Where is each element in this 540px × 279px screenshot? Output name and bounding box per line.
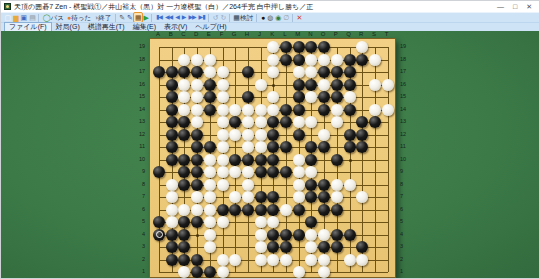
- open-folder-button[interactable]: ▆: [12, 13, 18, 22]
- stone-black: [305, 154, 317, 166]
- stone-white: [229, 254, 241, 266]
- print-icon: ▤: [29, 13, 35, 22]
- stone-white: [356, 41, 368, 53]
- stone-white: [191, 191, 203, 203]
- stone-white: [242, 141, 254, 153]
- end-game-icon: ◑: [94, 13, 97, 22]
- stone-black: [178, 66, 190, 78]
- coord-right-number: 3: [400, 243, 414, 249]
- stone-black: [178, 154, 190, 166]
- undo-button[interactable]: ●待った: [66, 13, 92, 22]
- nav-forward-icon: ▶: [182, 13, 186, 22]
- stone-white: [217, 179, 229, 191]
- stone-white: [242, 129, 254, 141]
- coord-left-number: 5: [131, 218, 145, 224]
- coord-left-number: 13: [131, 118, 145, 124]
- nav-back10-button[interactable]: ◀◀: [164, 13, 173, 22]
- application-window: 天頂の囲碁7 Zen - 棋聖戦①／井山裕太（黒）対 一力遼棋聖（白）／264手…: [0, 0, 540, 279]
- play-button[interactable]: ▶: [143, 13, 149, 22]
- undo-icon: ●: [67, 13, 70, 22]
- stone-black: [331, 79, 343, 91]
- coord-top-letter: N: [305, 31, 315, 37]
- nav-forward10-button[interactable]: ▶▶: [187, 13, 196, 22]
- stone-white: [267, 254, 279, 266]
- stone-white: [305, 54, 317, 66]
- stone-black: [344, 141, 356, 153]
- stone-white: [204, 179, 216, 191]
- stone-black: [191, 66, 203, 78]
- star-point: [196, 234, 199, 237]
- stone-white: [204, 66, 216, 78]
- coord-left-number: 11: [131, 143, 145, 149]
- stone-black: [204, 79, 216, 91]
- stone-white: [204, 204, 216, 216]
- stone-black: [280, 41, 292, 53]
- stone-black: [318, 104, 330, 116]
- stone-black: [166, 154, 178, 166]
- stone-black: [242, 66, 254, 78]
- coord-left-number: 6: [131, 206, 145, 212]
- stone-white: [356, 254, 368, 266]
- stone-white: [293, 191, 305, 203]
- stone-white: [178, 104, 190, 116]
- stone-white: [242, 104, 254, 116]
- territory-icon: ◉: [275, 13, 280, 22]
- stone-white: [191, 204, 203, 216]
- delete-button[interactable]: ✕: [295, 13, 302, 22]
- stone-white: [318, 266, 330, 278]
- stone-black: [293, 54, 305, 66]
- stone-black: [191, 266, 203, 278]
- coord-right-number: 11: [400, 143, 414, 149]
- stone-white: [318, 54, 330, 66]
- stone-white: [369, 54, 381, 66]
- coord-right-number: 10: [400, 156, 414, 162]
- stone-white: [242, 116, 254, 128]
- stone-black: [267, 191, 279, 203]
- app-icon: [4, 3, 11, 10]
- stone-black: [344, 129, 356, 141]
- stone-white: [318, 229, 330, 241]
- stone-white: [267, 66, 279, 78]
- stone-white: [255, 216, 267, 228]
- stone-white: [217, 104, 229, 116]
- coord-top-letter: C: [178, 31, 188, 37]
- toolbar-separator: [208, 14, 209, 22]
- rotate-left-button[interactable]: ↺: [212, 13, 219, 22]
- stone-black: [166, 129, 178, 141]
- stone-white: [331, 191, 343, 203]
- coord-right-number: 2: [400, 256, 414, 262]
- stone-black: [178, 241, 190, 253]
- stone-white: [356, 191, 368, 203]
- coord-right-number: 9: [400, 168, 414, 174]
- stone-black: [229, 154, 241, 166]
- stone-black: [255, 204, 267, 216]
- stone-white: [369, 104, 381, 116]
- save-icon: ▣: [21, 13, 27, 22]
- stone-white: [255, 129, 267, 141]
- coord-right-number: 16: [400, 81, 414, 87]
- board-view-button[interactable]: ▦: [134, 13, 142, 22]
- stone-black: [305, 179, 317, 191]
- stone-black: [305, 141, 317, 153]
- stone-black: [293, 91, 305, 103]
- coord-left-number: 12: [131, 131, 145, 137]
- coord-left-number: 16: [131, 81, 145, 87]
- stone-white: [382, 104, 394, 116]
- stone-black: [280, 141, 292, 153]
- stone-black: [178, 129, 190, 141]
- stone-white: [331, 179, 343, 191]
- stone-white: [331, 104, 343, 116]
- coord-top-letter: M: [293, 31, 303, 37]
- nav-first-button[interactable]: ▮◀: [155, 13, 163, 22]
- menu-bar: ファイル(F)対局(G)棋譜再生(T)編集(E)表示(V)ヘルプ(H): [1, 22, 539, 31]
- stone-black: [153, 229, 165, 241]
- analyze-label: 検討: [240, 13, 253, 22]
- menu-item-1[interactable]: 対局(G): [52, 23, 84, 31]
- stone-black: [267, 129, 279, 141]
- stone-white: [255, 254, 267, 266]
- coord-top-letter: A: [153, 31, 163, 37]
- stone-black: [305, 79, 317, 91]
- stone-black: [166, 254, 178, 266]
- stone-white: [267, 104, 279, 116]
- coord-right-number: 13: [400, 118, 414, 124]
- new-file-icon: ▢: [5, 13, 11, 22]
- stone-black: [178, 254, 190, 266]
- stone-black: [305, 41, 317, 53]
- end-game-label: 終了: [98, 13, 111, 22]
- stone-black: [331, 204, 343, 216]
- coord-left-number: 7: [131, 193, 145, 199]
- stone-white: [382, 79, 394, 91]
- play-icon: ▶: [144, 13, 148, 22]
- stone-black: [331, 91, 343, 103]
- stone-black: [356, 129, 368, 141]
- pen-blue-button[interactable]: ✎: [126, 13, 133, 22]
- stone-black: [293, 79, 305, 91]
- stone-white: [267, 54, 279, 66]
- print-button[interactable]: ▤: [28, 13, 36, 22]
- coord-right-number: 5: [400, 218, 414, 224]
- stone-white: [255, 241, 267, 253]
- toolbar-separator: [292, 14, 293, 22]
- clear-marks-button[interactable]: ∅: [282, 13, 289, 22]
- stone-black: [318, 204, 330, 216]
- stone-black: [318, 141, 330, 153]
- stone-white: [293, 266, 305, 278]
- stone-black: [293, 129, 305, 141]
- stone-black: [166, 79, 178, 91]
- stone-white: [229, 166, 241, 178]
- stone-black: [267, 166, 279, 178]
- stone-black: [178, 179, 190, 191]
- stone-white: [178, 91, 190, 103]
- stone-white: [217, 154, 229, 166]
- coord-right-number: 17: [400, 68, 414, 74]
- white-stone-icon: ◍: [267, 13, 272, 22]
- nav-first-icon: ▮◀: [156, 13, 162, 22]
- stone-black: [267, 229, 279, 241]
- stone-black: [318, 41, 330, 53]
- end-game-button[interactable]: ◑終了: [93, 13, 112, 22]
- coord-top-letter: E: [204, 31, 214, 37]
- stone-black: [331, 154, 343, 166]
- stone-black: [166, 141, 178, 153]
- stone-black: [267, 116, 279, 128]
- stone-white: [217, 254, 229, 266]
- stone-white: [178, 79, 190, 91]
- stone-black: [191, 166, 203, 178]
- coord-left-number: 14: [131, 106, 145, 112]
- client-area: AA1919BB1818CC1717DD1616EE1515FF1414GG13…: [1, 31, 540, 279]
- stone-black: [293, 229, 305, 241]
- stone-black: [166, 229, 178, 241]
- stone-black: [305, 191, 317, 203]
- pen-black-icon: ✎: [119, 13, 124, 22]
- coord-top-letter: G: [229, 31, 239, 37]
- stone-white: [217, 129, 229, 141]
- stone-black: [191, 154, 203, 166]
- stone-black: [331, 241, 343, 253]
- nav-last-button[interactable]: ▶▮: [198, 13, 206, 22]
- stone-black: [191, 141, 203, 153]
- stone-white: [369, 79, 381, 91]
- coord-right-number: 4: [400, 231, 414, 237]
- menu-item-4[interactable]: 表示(V): [160, 23, 191, 31]
- undo-label: 待った: [71, 13, 91, 22]
- coord-right-number: 15: [400, 93, 414, 99]
- stone-black: [318, 66, 330, 78]
- stone-white: [344, 254, 356, 266]
- stone-white: [305, 254, 317, 266]
- stone-black: [356, 241, 368, 253]
- stone-white: [217, 66, 229, 78]
- toolbar: ▢▆▣▤◯パス●待った◑終了✎✎▦▶▮◀◀◀◀▶▶▶▶▮↺↻▦検討●◍◉∅✕: [1, 12, 539, 22]
- stone-white: [166, 216, 178, 228]
- stone-white: [166, 179, 178, 191]
- stone-black: [166, 241, 178, 253]
- stone-black: [166, 91, 178, 103]
- stone-black: [191, 179, 203, 191]
- stone-white: [267, 216, 279, 228]
- coord-right-number: 7: [400, 193, 414, 199]
- clear-marks-icon: ∅: [283, 13, 288, 22]
- stone-black: [305, 216, 317, 228]
- close-icon[interactable]: ✕: [526, 2, 532, 12]
- stone-white: [318, 79, 330, 91]
- save-button[interactable]: ▣: [20, 13, 28, 22]
- stone-white: [305, 241, 317, 253]
- stone-black: [255, 154, 267, 166]
- stone-white: [331, 116, 343, 128]
- analyze-icon: ▦: [233, 13, 239, 22]
- stone-white: [255, 116, 267, 128]
- stone-white: [293, 166, 305, 178]
- stone-white: [204, 154, 216, 166]
- stone-white: [191, 54, 203, 66]
- board-grid: [362, 47, 363, 272]
- open-folder-icon: ▆: [13, 13, 17, 22]
- stone-white: [178, 266, 190, 278]
- stone-black: [204, 266, 216, 278]
- stone-black: [293, 204, 305, 216]
- stone-white: [166, 191, 178, 203]
- stone-black: [153, 166, 165, 178]
- coord-top-letter: F: [217, 31, 227, 37]
- stone-white: [217, 79, 229, 91]
- nav-forward10-icon: ▶▶: [188, 13, 195, 22]
- stone-black: [293, 41, 305, 53]
- stone-black: [153, 216, 165, 228]
- stone-black: [242, 204, 254, 216]
- stone-white: [318, 254, 330, 266]
- maximize-icon[interactable]: □: [513, 2, 517, 12]
- stone-black: [166, 116, 178, 128]
- title-bar: 天頂の囲碁7 Zen - 棋聖戦①／井山裕太（黒）対 一力遼棋聖（白）／264手…: [1, 1, 539, 12]
- coord-top-letter: K: [267, 31, 277, 37]
- stone-black: [356, 141, 368, 153]
- stone-black: [166, 66, 178, 78]
- stone-white: [191, 79, 203, 91]
- stone-white: [191, 91, 203, 103]
- caption-buttons: — □ ✕: [493, 2, 539, 12]
- stone-black: [267, 241, 279, 253]
- stone-black: [318, 241, 330, 253]
- new-file-button[interactable]: ▢: [4, 13, 12, 22]
- coord-left-number: 4: [131, 231, 145, 237]
- stone-black: [331, 66, 343, 78]
- stone-white: [204, 241, 216, 253]
- stone-black: [191, 216, 203, 228]
- stone-black: [344, 66, 356, 78]
- stone-black: [178, 216, 190, 228]
- stone-black: [267, 204, 279, 216]
- territory-button[interactable]: ◉: [274, 13, 281, 22]
- stone-black: [166, 104, 178, 116]
- go-board[interactable]: [149, 38, 396, 278]
- stone-black: [191, 129, 203, 141]
- coord-right-number: 12: [400, 131, 414, 137]
- coord-top-letter: T: [382, 31, 392, 37]
- stone-white: [331, 54, 343, 66]
- stone-white: [229, 104, 241, 116]
- coord-right-number: 1: [400, 268, 414, 274]
- nav-forward-button[interactable]: ▶: [181, 13, 187, 22]
- stone-white: [344, 179, 356, 191]
- stone-black: [280, 166, 292, 178]
- menu-item-3[interactable]: 編集(E): [129, 23, 160, 31]
- stone-black: [280, 241, 292, 253]
- white-stone-button[interactable]: ◍: [266, 13, 273, 22]
- stone-black: [344, 54, 356, 66]
- black-stone-button[interactable]: ●: [260, 13, 265, 22]
- stone-black: [229, 116, 241, 128]
- stone-white: [217, 116, 229, 128]
- stone-black: [344, 79, 356, 91]
- nav-back-icon: ◀: [175, 13, 179, 22]
- pass-label: パス: [51, 13, 64, 22]
- stone-black: [356, 116, 368, 128]
- coord-left-number: 19: [131, 43, 145, 49]
- stone-white: [293, 116, 305, 128]
- stone-black: [280, 116, 292, 128]
- rotate-right-button[interactable]: ↻: [219, 13, 226, 22]
- stone-black: [356, 54, 368, 66]
- stone-black: [242, 154, 254, 166]
- stone-white: [255, 104, 267, 116]
- black-stone-icon: ●: [261, 13, 264, 22]
- nav-back-button[interactable]: ◀: [174, 13, 180, 22]
- stone-white: [242, 179, 254, 191]
- nav-back10-icon: ◀◀: [165, 13, 172, 22]
- stone-black: [280, 229, 292, 241]
- stone-white: [293, 179, 305, 191]
- stone-white: [280, 204, 292, 216]
- toolbar-separator: [115, 14, 116, 22]
- stone-black: [178, 166, 190, 178]
- coord-top-letter: L: [280, 31, 290, 37]
- menu-item-2[interactable]: 棋譜再生(T): [84, 23, 129, 31]
- coord-right-number: 6: [400, 206, 414, 212]
- analyze-button[interactable]: ▦検討: [232, 13, 254, 22]
- coord-left-number: 8: [131, 181, 145, 187]
- coord-top-letter: Q: [344, 31, 354, 37]
- coord-left-number: 9: [131, 168, 145, 174]
- stone-black: [153, 66, 165, 78]
- nav-last-icon: ▶▮: [199, 13, 205, 22]
- toolbar-separator: [256, 14, 257, 22]
- stone-black: [344, 229, 356, 241]
- stone-black: [255, 191, 267, 203]
- stone-white: [204, 166, 216, 178]
- stone-white: [191, 104, 203, 116]
- coord-top-letter: H: [242, 31, 252, 37]
- stone-white: [280, 254, 292, 266]
- stone-white: [305, 91, 317, 103]
- coord-top-letter: P: [331, 31, 341, 37]
- coord-top-letter: D: [191, 31, 201, 37]
- stone-black: [280, 104, 292, 116]
- stone-black: [204, 91, 216, 103]
- coord-top-letter: S: [369, 31, 379, 37]
- menu-item-5[interactable]: ヘルプ(H): [191, 23, 230, 31]
- pass-icon: ◯: [43, 13, 50, 22]
- toolbar-separator: [38, 14, 39, 22]
- pen-black-button[interactable]: ✎: [118, 13, 125, 22]
- stone-white: [305, 229, 317, 241]
- pass-button[interactable]: ◯パス: [42, 13, 65, 22]
- stone-white: [267, 91, 279, 103]
- coord-left-number: 2: [131, 256, 145, 262]
- stone-white: [229, 191, 241, 203]
- stone-black: [178, 229, 190, 241]
- coord-right-number: 8: [400, 181, 414, 187]
- stone-white: [178, 54, 190, 66]
- stone-black: [204, 104, 216, 116]
- rotate-right-icon: ↻: [220, 13, 225, 22]
- stone-black: [178, 116, 190, 128]
- stone-white: [217, 266, 229, 278]
- minimize-icon[interactable]: —: [497, 2, 504, 12]
- stone-white: [293, 66, 305, 78]
- stone-black: [331, 229, 343, 241]
- coord-right-number: 14: [400, 106, 414, 112]
- stone-black: [204, 141, 216, 153]
- delete-icon: ✕: [296, 13, 301, 22]
